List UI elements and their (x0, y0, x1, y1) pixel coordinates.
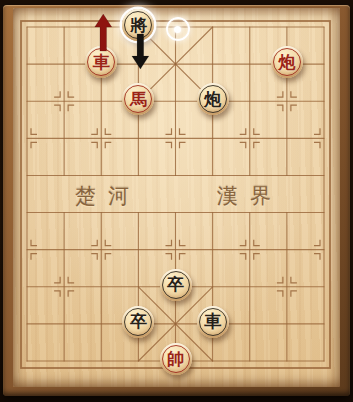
piece-glyph: 馬 (130, 91, 147, 108)
piece-red-cannon[interactable]: 炮 (271, 46, 303, 78)
piece-black-cannon[interactable]: 炮 (197, 83, 229, 115)
xiangqi-board[interactable]: 楚河 漢界 將車炮馬炮卒卒車帥 (13, 8, 340, 387)
piece-glyph: 車 (93, 54, 110, 71)
piece-glyph: 卒 (130, 313, 147, 330)
piece-glyph: 將 (130, 17, 147, 34)
piece-glyph: 車 (204, 313, 221, 330)
piece-red-general[interactable]: 帥 (160, 343, 192, 375)
pieces-layer: 將車炮馬炮卒卒車帥 (9, 9, 343, 380)
piece-black-general[interactable]: 將 (122, 9, 154, 41)
piece-glyph: 炮 (278, 54, 295, 71)
piece-red-chariot[interactable]: 車 (85, 46, 117, 78)
piece-glyph: 卒 (167, 276, 184, 293)
piece-glyph: 炮 (204, 91, 221, 108)
xiangqi-app-screen: 楚河 漢界 將車炮馬炮卒卒車帥 (0, 0, 353, 402)
piece-black-chariot[interactable]: 車 (197, 306, 229, 338)
piece-black-soldier-center[interactable]: 卒 (160, 269, 192, 301)
piece-red-horse[interactable]: 馬 (122, 83, 154, 115)
piece-glyph: 帥 (167, 351, 184, 368)
piece-black-soldier-left[interactable]: 卒 (122, 306, 154, 338)
